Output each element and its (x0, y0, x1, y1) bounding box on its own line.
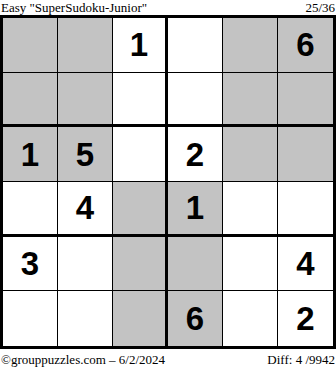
cell-r6c4[interactable]: 6 (168, 291, 223, 346)
cell-r6c3[interactable] (113, 291, 168, 346)
cell-r5c3[interactable] (113, 237, 168, 292)
cell-r1c4[interactable] (168, 18, 223, 73)
header: Easy "SuperSudoku-Junior" 25/36 (0, 0, 336, 15)
footer: ©grouppuzzles.com – 6/2/2024 Diff: 4 /99… (0, 349, 336, 370)
cell-r2c5[interactable] (223, 73, 278, 128)
cell-r1c2[interactable] (58, 18, 113, 73)
cell-r6c5[interactable] (223, 291, 278, 346)
cell-r1c3[interactable]: 1 (113, 18, 168, 73)
cell-r3c3[interactable] (113, 127, 168, 182)
cell-r2c6[interactable] (278, 73, 333, 128)
cell-r5c4[interactable] (168, 237, 223, 292)
cell-r1c6[interactable]: 6 (278, 18, 333, 73)
cell-r1c1[interactable] (3, 18, 58, 73)
cell-r5c2[interactable] (58, 237, 113, 292)
cell-r3c2[interactable]: 5 (58, 127, 113, 182)
cell-r6c2[interactable] (58, 291, 113, 346)
puzzle-counter: 25/36 (305, 1, 335, 15)
cell-r4c5[interactable] (223, 182, 278, 237)
cell-r1c5[interactable] (223, 18, 278, 73)
cell-r6c6[interactable]: 2 (278, 291, 333, 346)
cell-r2c4[interactable] (168, 73, 223, 128)
puzzle-page: Easy "SuperSudoku-Junior" 25/36 16152413… (0, 0, 336, 370)
cell-r6c1[interactable] (3, 291, 58, 346)
cell-r3c1[interactable]: 1 (3, 127, 58, 182)
copyright-text: ©grouppuzzles.com – 6/2/2024 (1, 353, 165, 367)
puzzle-title: Easy "SuperSudoku-Junior" (1, 1, 147, 15)
cell-r4c3[interactable] (113, 182, 168, 237)
cell-r4c2[interactable]: 4 (58, 182, 113, 237)
cell-r4c1[interactable] (3, 182, 58, 237)
cell-r5c1[interactable]: 3 (3, 237, 58, 292)
cell-r2c2[interactable] (58, 73, 113, 128)
cell-r5c6[interactable]: 4 (278, 237, 333, 292)
cell-r3c4[interactable]: 2 (168, 127, 223, 182)
cell-r2c1[interactable] (3, 73, 58, 128)
cell-r4c4[interactable]: 1 (168, 182, 223, 237)
difficulty-text: Diff: 4 /9942 (267, 353, 335, 367)
cell-r4c6[interactable] (278, 182, 333, 237)
cell-r3c5[interactable] (223, 127, 278, 182)
sudoku-board: 16152413462 (0, 15, 336, 349)
cell-r2c3[interactable] (113, 73, 168, 128)
cell-r5c5[interactable] (223, 237, 278, 292)
cell-r3c6[interactable] (278, 127, 333, 182)
